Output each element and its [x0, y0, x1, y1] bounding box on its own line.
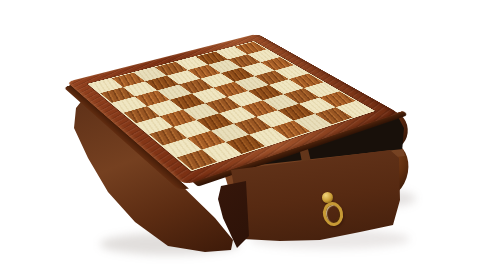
- scene: [0, 0, 480, 270]
